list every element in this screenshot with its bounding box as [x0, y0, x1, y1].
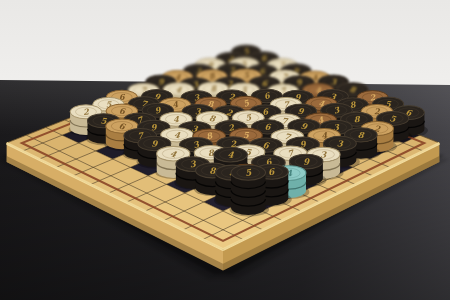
scene-photo-board-game: 5625872936587443996238845477639296235475…: [0, 0, 450, 300]
piece-stack-black[interactable]: 5: [230, 165, 270, 217]
engraved-numeral: 5: [243, 71, 249, 80]
engraved-numeral: 4: [173, 114, 179, 124]
game-board[interactable]: 5625872936587443996238845477639296235475…: [0, 0, 450, 300]
